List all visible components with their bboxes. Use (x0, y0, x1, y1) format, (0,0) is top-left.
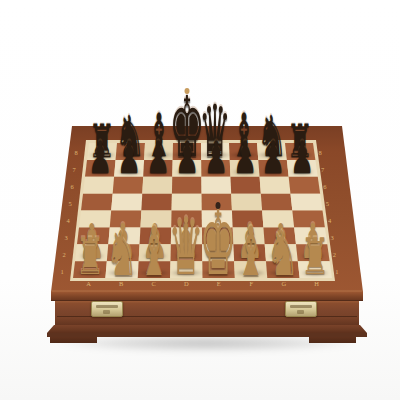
square-g2[interactable] (265, 244, 298, 261)
square-c2[interactable] (139, 244, 171, 261)
square-f2[interactable] (233, 244, 266, 261)
file-label-D: D (184, 280, 189, 287)
square-f1[interactable] (234, 261, 267, 278)
square-g6[interactable] (260, 177, 291, 194)
square-h6[interactable] (289, 177, 320, 194)
square-c1[interactable] (138, 261, 171, 278)
square-g1[interactable] (266, 261, 300, 278)
chess-board (0, 0, 400, 400)
square-g4[interactable] (262, 211, 294, 228)
rank-label-right-4: 4 (328, 216, 331, 223)
rank-label-right-5: 5 (326, 200, 329, 207)
rank-label-right-2: 2 (333, 250, 336, 257)
rank-label-right-8: 8 (319, 149, 322, 156)
square-c6[interactable] (142, 177, 172, 194)
rank-label-left-3: 3 (64, 233, 67, 240)
square-d3[interactable] (171, 227, 202, 244)
square-a2[interactable] (75, 244, 108, 261)
square-c4[interactable] (140, 211, 171, 228)
square-a6[interactable] (83, 177, 114, 194)
square-e3[interactable] (202, 227, 233, 244)
square-g8[interactable] (257, 143, 287, 160)
square-c3[interactable] (140, 227, 172, 244)
file-label-C: C (152, 280, 156, 287)
square-g3[interactable] (263, 227, 296, 244)
square-b7[interactable] (114, 160, 144, 177)
square-h7[interactable] (287, 160, 318, 177)
square-d6[interactable] (172, 177, 202, 194)
rank-label-right-3: 3 (330, 233, 333, 240)
square-d2[interactable] (170, 244, 202, 261)
square-f3[interactable] (233, 227, 265, 244)
square-a3[interactable] (77, 227, 110, 244)
rank-label-right-7: 7 (321, 166, 324, 173)
square-e5[interactable] (202, 194, 232, 211)
file-label-A: A (86, 280, 91, 287)
square-f7[interactable] (230, 160, 260, 177)
square-f6[interactable] (230, 177, 260, 194)
square-b5[interactable] (111, 194, 142, 211)
square-e2[interactable] (202, 244, 234, 261)
square-a5[interactable] (81, 194, 113, 211)
rank-label-left-1: 1 (60, 267, 63, 274)
square-a1[interactable] (73, 261, 107, 278)
square-h1[interactable] (298, 261, 332, 278)
square-f8[interactable] (229, 143, 258, 160)
square-h3[interactable] (294, 227, 327, 244)
square-c7[interactable] (143, 160, 172, 177)
square-h4[interactable] (292, 211, 325, 228)
square-e7[interactable] (201, 160, 230, 177)
rank-label-right-6: 6 (323, 183, 326, 190)
rank-label-left-6: 6 (70, 183, 73, 190)
chess-set-product-photo: ABCDEFGH1122334455667788 ♜♞♝♚♛♝♞♜♟♟♟♟♟♟♟… (0, 0, 400, 400)
square-e8[interactable] (201, 143, 230, 160)
file-label-B: B (119, 280, 123, 287)
square-h8[interactable] (285, 143, 315, 160)
file-label-F: F (250, 280, 254, 287)
square-a4[interactable] (79, 211, 111, 228)
square-c8[interactable] (144, 143, 173, 160)
rank-label-left-7: 7 (72, 166, 75, 173)
rank-label-left-8: 8 (74, 149, 77, 156)
square-b8[interactable] (116, 143, 145, 160)
square-d8[interactable] (173, 143, 202, 160)
square-e1[interactable] (202, 261, 235, 278)
square-g7[interactable] (258, 160, 288, 177)
file-label-G: G (282, 280, 287, 287)
square-f5[interactable] (231, 194, 262, 211)
square-b3[interactable] (108, 227, 140, 244)
square-c5[interactable] (141, 194, 172, 211)
square-a8[interactable] (87, 143, 117, 160)
square-a7[interactable] (85, 160, 116, 177)
square-d7[interactable] (172, 160, 201, 177)
square-f4[interactable] (232, 211, 263, 228)
rank-label-right-1: 1 (335, 267, 338, 274)
square-d5[interactable] (172, 194, 202, 211)
square-b2[interactable] (107, 244, 140, 261)
rank-label-left-5: 5 (68, 200, 71, 207)
square-g5[interactable] (261, 194, 292, 211)
square-e4[interactable] (202, 211, 233, 228)
square-e6[interactable] (201, 177, 231, 194)
square-b6[interactable] (113, 177, 144, 194)
square-h2[interactable] (296, 244, 330, 261)
square-h5[interactable] (290, 194, 322, 211)
rank-label-left-2: 2 (62, 250, 65, 257)
square-d4[interactable] (171, 211, 202, 228)
rank-label-left-4: 4 (66, 216, 69, 223)
file-label-H: H (314, 280, 319, 287)
square-d1[interactable] (170, 261, 202, 278)
square-b1[interactable] (105, 261, 138, 278)
file-label-E: E (217, 280, 221, 287)
square-b4[interactable] (110, 211, 142, 228)
